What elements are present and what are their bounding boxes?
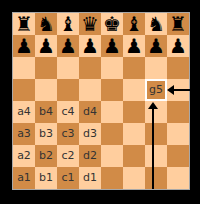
highlight-label-g5: g5	[149, 79, 163, 101]
square-h1[interactable]	[167, 167, 189, 189]
square-f8[interactable]: ♝	[123, 13, 145, 35]
square-f7[interactable]: ♟	[123, 35, 145, 57]
square-label-d3: d3	[83, 123, 97, 145]
square-g5[interactable]: g5	[145, 79, 167, 101]
square-d2[interactable]: d2	[79, 145, 101, 167]
square-c5[interactable]	[57, 79, 79, 101]
square-c2[interactable]: c2	[57, 145, 79, 167]
square-h3[interactable]	[167, 123, 189, 145]
arrow-left-head-icon	[167, 85, 174, 95]
square-b4[interactable]: b4	[35, 101, 57, 123]
square-e3[interactable]	[101, 123, 123, 145]
square-a8[interactable]: ♜	[13, 13, 35, 35]
square-f2[interactable]	[123, 145, 145, 167]
square-a5[interactable]	[13, 79, 35, 101]
square-f1[interactable]	[123, 167, 145, 189]
square-a4[interactable]: a4	[13, 101, 35, 123]
black-rook-a8: ♜	[15, 13, 33, 35]
square-label-c3: c3	[61, 123, 74, 145]
square-b8[interactable]: ♞	[35, 13, 57, 35]
square-g8[interactable]: ♞	[145, 13, 167, 35]
square-e6[interactable]	[101, 57, 123, 79]
square-e4[interactable]	[101, 101, 123, 123]
black-pawn-d7: ♟	[81, 35, 99, 57]
square-label-a2: a2	[17, 145, 31, 167]
square-c7[interactable]: ♟	[57, 35, 79, 57]
square-a7[interactable]: ♟	[13, 35, 35, 57]
black-pawn-g7: ♟	[147, 35, 165, 57]
square-a2[interactable]: a2	[13, 145, 35, 167]
square-b3[interactable]: b3	[35, 123, 57, 145]
square-g3[interactable]	[145, 123, 167, 145]
square-g1[interactable]	[145, 167, 167, 189]
square-label-c1: c1	[61, 167, 74, 189]
black-pawn-e7: ♟	[103, 35, 121, 57]
black-king-e8: ♚	[103, 13, 121, 35]
black-knight-g8: ♞	[147, 13, 165, 35]
square-a6[interactable]	[13, 57, 35, 79]
square-label-d2: d2	[83, 145, 97, 167]
black-pawn-f7: ♟	[125, 35, 143, 57]
square-d4[interactable]: d4	[79, 101, 101, 123]
square-label-b3: b3	[39, 123, 53, 145]
square-b2[interactable]: b2	[35, 145, 57, 167]
black-rook-h8: ♜	[169, 13, 187, 35]
square-d3[interactable]: d3	[79, 123, 101, 145]
square-label-d4: d4	[83, 101, 97, 123]
black-pawn-b7: ♟	[37, 35, 55, 57]
square-f4[interactable]	[123, 101, 145, 123]
square-b5[interactable]	[35, 79, 57, 101]
square-e5[interactable]	[101, 79, 123, 101]
square-label-b4: b4	[39, 101, 53, 123]
square-label-b2: b2	[39, 145, 53, 167]
arrow-up-head-icon	[148, 102, 158, 109]
black-pawn-h7: ♟	[169, 35, 187, 57]
square-label-d1: d1	[83, 167, 97, 189]
square-c8[interactable]: ♝	[57, 13, 79, 35]
black-pawn-a7: ♟	[15, 35, 33, 57]
square-a3[interactable]: a3	[13, 123, 35, 145]
square-d5[interactable]	[79, 79, 101, 101]
black-knight-b8: ♞	[37, 13, 55, 35]
square-h4[interactable]	[167, 101, 189, 123]
square-c3[interactable]: c3	[57, 123, 79, 145]
square-label-c2: c2	[61, 145, 74, 167]
square-label-c4: c4	[61, 101, 74, 123]
square-h7[interactable]: ♟	[167, 35, 189, 57]
square-e7[interactable]: ♟	[101, 35, 123, 57]
arrow-left-shaft	[174, 89, 200, 91]
square-label-a4: a4	[17, 101, 31, 123]
square-b6[interactable]	[35, 57, 57, 79]
square-g6[interactable]	[145, 57, 167, 79]
square-e2[interactable]	[101, 145, 123, 167]
square-e1[interactable]	[101, 167, 123, 189]
square-f5[interactable]	[123, 79, 145, 101]
square-label-a1: a1	[17, 167, 31, 189]
square-label-a3: a3	[17, 123, 31, 145]
square-b1[interactable]: b1	[35, 167, 57, 189]
square-h6[interactable]	[167, 57, 189, 79]
square-h2[interactable]	[167, 145, 189, 167]
black-bishop-c8: ♝	[59, 13, 77, 35]
black-bishop-f8: ♝	[125, 13, 143, 35]
square-a1[interactable]: a1	[13, 167, 35, 189]
black-queen-d8: ♛	[81, 13, 99, 35]
chess-diagram: ♜♞♝♛♚♝♞♜♟♟♟♟♟♟♟♟g5a4b4c4d4a3b3c3d3a2b2c2…	[0, 0, 200, 204]
square-d8[interactable]: ♛	[79, 13, 101, 35]
square-d1[interactable]: d1	[79, 167, 101, 189]
square-label-b1: b1	[39, 167, 53, 189]
chess-board: ♜♞♝♛♚♝♞♜♟♟♟♟♟♟♟♟g5a4b4c4d4a3b3c3d3a2b2c2…	[12, 12, 190, 190]
square-f6[interactable]	[123, 57, 145, 79]
square-g7[interactable]: ♟	[145, 35, 167, 57]
square-d7[interactable]: ♟	[79, 35, 101, 57]
square-c4[interactable]: c4	[57, 101, 79, 123]
square-d6[interactable]	[79, 57, 101, 79]
black-pawn-c7: ♟	[59, 35, 77, 57]
square-h8[interactable]: ♜	[167, 13, 189, 35]
square-f3[interactable]	[123, 123, 145, 145]
square-c1[interactable]: c1	[57, 167, 79, 189]
square-e8[interactable]: ♚	[101, 13, 123, 35]
square-g2[interactable]	[145, 145, 167, 167]
square-c6[interactable]	[57, 57, 79, 79]
arrow-up-shaft	[152, 108, 154, 189]
square-b7[interactable]: ♟	[35, 35, 57, 57]
